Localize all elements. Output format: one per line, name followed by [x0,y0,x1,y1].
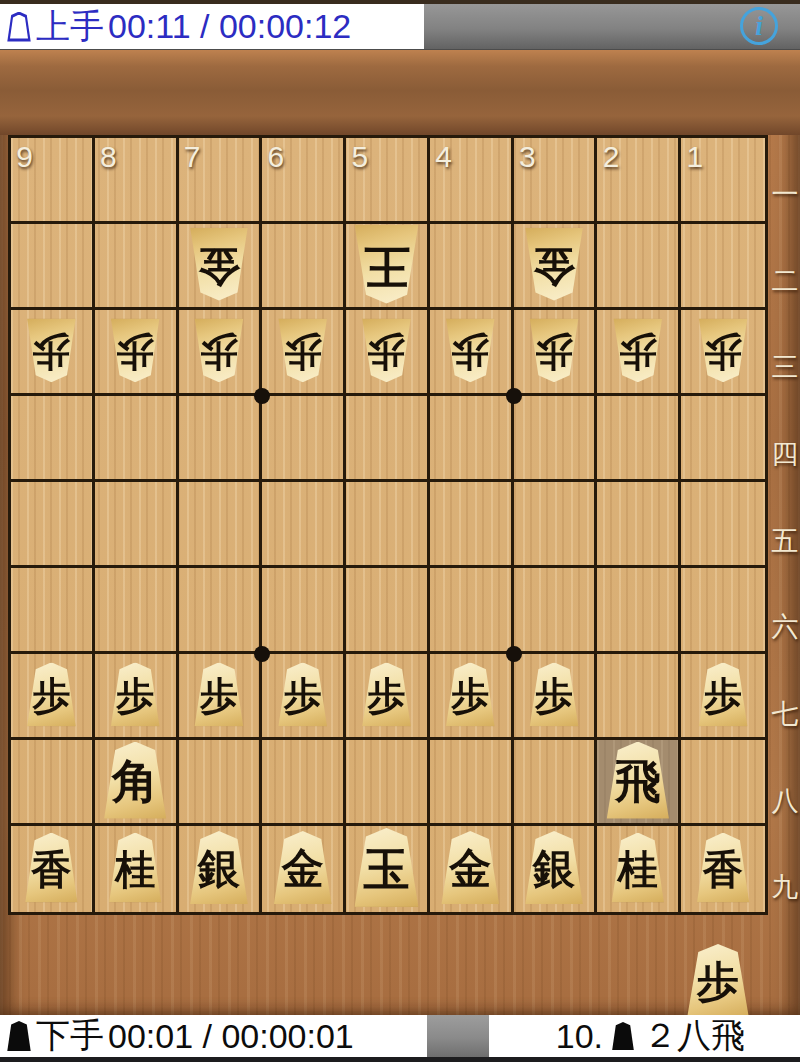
piece-sente-p-37[interactable]: 歩 [527,662,581,726]
piece-sente-p-57[interactable]: 歩 [359,662,413,726]
square-5-1[interactable] [346,138,430,224]
square-8-2[interactable] [95,224,179,310]
piece-sente-b-88[interactable]: 角 [101,741,170,818]
piece-gote-p-13[interactable]: 歩 [696,318,750,382]
piece-kanji: 王 [363,239,409,289]
square-2-8[interactable]: 飛 [597,740,681,826]
square-4-1[interactable] [430,138,514,224]
square-2-3[interactable]: 歩 [597,310,681,396]
gote-clock: 00:11 / 00:00:12 [108,7,351,46]
piece-kanji: 角 [112,755,158,805]
square-7-5[interactable] [179,482,263,568]
square-8-8[interactable]: 角 [95,740,179,826]
piece-gote-p-63[interactable]: 歩 [276,318,330,382]
square-9-5[interactable] [11,482,95,568]
square-7-2[interactable]: 金 [179,224,263,310]
rank-label-1: 一 [770,181,800,208]
square-2-9[interactable]: 桂 [597,826,681,912]
piece-sente-p-77[interactable]: 歩 [192,662,246,726]
piece-kanji: 歩 [200,674,238,715]
piece-gote-p-73[interactable]: 歩 [192,318,246,382]
piece-kanji: 金 [198,241,240,287]
square-4-3[interactable]: 歩 [430,310,514,396]
square-6-3[interactable]: 歩 [262,310,346,396]
piece-gote-g-32[interactable]: 金 [522,228,586,301]
rank-label-2: 二 [770,268,800,295]
square-1-8[interactable] [681,740,765,826]
piece-gote-p-23[interactable]: 歩 [611,318,665,382]
square-5-6[interactable] [346,568,430,654]
bottom-edge-strip [0,1057,800,1062]
square-1-7[interactable]: 歩 [681,654,765,740]
piece-kanji: 歩 [367,674,405,715]
piece-kanji: 歩 [32,674,70,715]
piece-sente-s-39[interactable]: 銀 [522,831,586,904]
piece-kanji: 歩 [619,330,657,371]
square-9-7[interactable]: 歩 [11,654,95,740]
piece-gote-p-43[interactable]: 歩 [443,318,497,382]
square-6-7[interactable]: 歩 [262,654,346,740]
square-9-4[interactable] [11,396,95,482]
square-6-2[interactable] [262,224,346,310]
piece-kanji: 歩 [284,674,322,715]
square-4-5[interactable] [430,482,514,568]
square-1-2[interactable] [681,224,765,310]
move-black-piece-icon [611,1022,635,1050]
piece-kanji: 歩 [451,674,489,715]
rank-label-7: 七 [770,701,800,728]
piece-sente-n-29[interactable]: 桂 [609,833,667,903]
square-5-2[interactable]: 王 [346,224,430,310]
piece-kanji: 歩 [200,330,238,371]
square-4-2[interactable] [430,224,514,310]
piece-kanji: 桂 [618,846,658,889]
square-8-9[interactable]: 桂 [95,826,179,912]
black-shogi-piece-icon [6,1021,32,1051]
piece-sente-g-49[interactable]: 金 [438,831,502,904]
bottom-status-bar: 下手 00:01 / 00:00:01 10. ２八飛 [0,1015,800,1057]
square-3-3[interactable]: 歩 [514,310,598,396]
piece-gote-k-52[interactable]: 王 [351,224,422,303]
square-2-2[interactable] [597,224,681,310]
square-7-4[interactable] [179,396,263,482]
square-3-6[interactable] [514,568,598,654]
piece-gote-p-33[interactable]: 歩 [527,318,581,382]
square-8-6[interactable] [95,568,179,654]
rank-label-9: 九 [770,874,800,901]
square-8-5[interactable] [95,482,179,568]
square-5-3[interactable]: 歩 [346,310,430,396]
piece-kanji: 歩 [535,330,573,371]
move-text: ２八飛 [643,1013,745,1059]
piece-kanji: 桂 [115,846,155,889]
info-icon-letter: i [755,11,763,42]
sente-player-label: 下手 [36,1013,104,1059]
piece-sente-p-97[interactable]: 歩 [24,662,78,726]
piece-kanji: 歩 [535,674,573,715]
board-grid: 金王金歩歩歩歩歩歩歩歩歩歩歩歩歩歩歩歩歩角飛香桂銀金玉金銀桂香 [11,138,765,912]
rank-label-4: 四 [770,441,800,468]
square-7-3[interactable]: 歩 [179,310,263,396]
piece-kanji: 歩 [116,330,154,371]
piece-gote-p-93[interactable]: 歩 [24,318,78,382]
square-3-5[interactable] [514,482,598,568]
piece-kanji: 金 [449,845,491,891]
piece-kanji: 香 [703,846,743,889]
square-4-8[interactable] [430,740,514,826]
square-1-3[interactable]: 歩 [681,310,765,396]
square-3-1[interactable] [514,138,598,224]
piece-kanji: 歩 [367,330,405,371]
piece-sente-l-99[interactable]: 香 [22,833,80,903]
piece-kanji: 歩 [116,674,154,715]
rank-label-6: 六 [770,614,800,641]
square-4-9[interactable]: 金 [430,826,514,912]
piece-sente-p-67[interactable]: 歩 [276,662,330,726]
square-4-4[interactable] [430,396,514,482]
square-3-4[interactable] [514,396,598,482]
piece-kanji: 金 [282,845,324,891]
square-1-6[interactable] [681,568,765,654]
piece-kanji: 歩 [284,330,322,371]
square-9-9[interactable]: 香 [11,826,95,912]
piece-sente-k-59[interactable]: 玉 [351,828,422,907]
rank-label-8: 八 [770,788,800,815]
piece-kanji: 歩 [32,330,70,371]
square-1-4[interactable] [681,396,765,482]
square-4-7[interactable]: 歩 [430,654,514,740]
piece-kanji: 歩 [451,330,489,371]
move-number: 10. [556,1017,603,1056]
square-2-6[interactable] [597,568,681,654]
piece-sente-g-69[interactable]: 金 [271,831,335,904]
square-6-9[interactable]: 金 [262,826,346,912]
square-8-4[interactable] [95,396,179,482]
square-8-1[interactable] [95,138,179,224]
sente-clock-panel: 下手 00:01 / 00:00:01 [6,1015,354,1057]
square-9-3[interactable]: 歩 [11,310,95,396]
piece-kanji: 金 [533,241,575,287]
square-2-5[interactable] [597,482,681,568]
square-6-8[interactable] [262,740,346,826]
square-9-2[interactable] [11,224,95,310]
square-7-6[interactable] [179,568,263,654]
gote-clock-panel: 上手 00:11 / 00:00:12 [0,4,424,49]
piece-kanji: 玉 [363,842,409,892]
square-5-7[interactable]: 歩 [346,654,430,740]
square-9-1[interactable] [11,138,95,224]
square-4-6[interactable] [430,568,514,654]
piece-sente-r-28[interactable]: 飛 [603,741,672,818]
square-3-8[interactable] [514,740,598,826]
bottom-bar-divider [427,1015,489,1057]
rank-labels-layer: 一二三四五六七八九 [770,135,800,915]
square-5-4[interactable] [346,396,430,482]
piece-sente-n-89[interactable]: 桂 [106,833,164,903]
square-1-9[interactable]: 香 [681,826,765,912]
square-7-1[interactable] [179,138,263,224]
piece-kanji: 銀 [198,845,240,891]
rank-label-5: 五 [770,528,800,555]
square-7-7[interactable]: 歩 [179,654,263,740]
sente-clock: 00:01 / 00:00:01 [108,1017,354,1056]
piece-gote-p-83[interactable]: 歩 [108,318,162,382]
square-5-8[interactable] [346,740,430,826]
white-shogi-piece-icon [6,12,32,42]
square-7-9[interactable]: 銀 [179,826,263,912]
square-2-7[interactable] [597,654,681,740]
square-5-9[interactable]: 玉 [346,826,430,912]
square-7-8[interactable] [179,740,263,826]
piece-sente-p-87[interactable]: 歩 [108,662,162,726]
rank-label-3: 三 [770,354,800,381]
square-6-5[interactable] [262,482,346,568]
square-9-6[interactable] [11,568,95,654]
piece-gote-p-53[interactable]: 歩 [359,318,413,382]
top-status-bar: 上手 00:11 / 00:00:12 i [0,4,800,50]
square-8-3[interactable]: 歩 [95,310,179,396]
square-5-5[interactable] [346,482,430,568]
piece-gote-g-72[interactable]: 金 [187,228,251,301]
square-3-7[interactable]: 歩 [514,654,598,740]
piece-kanji: 銀 [533,845,575,891]
square-6-4[interactable] [262,396,346,482]
last-move-indicator: 10. ２八飛 [556,1015,745,1057]
piece-sente-l-19[interactable]: 香 [694,833,752,903]
square-9-8[interactable] [11,740,95,826]
info-icon[interactable]: i [740,7,778,45]
square-3-9[interactable]: 銀 [514,826,598,912]
piece-sente-s-79[interactable]: 銀 [187,831,251,904]
square-2-4[interactable] [597,396,681,482]
sente-hand-pawn-kanji: 歩 [697,957,739,1003]
gote-player-label: 上手 [36,4,104,50]
square-6-1[interactable] [262,138,346,224]
square-1-1[interactable] [681,138,765,224]
piece-kanji: 歩 [704,674,742,715]
square-1-5[interactable] [681,482,765,568]
piece-sente-p-17[interactable]: 歩 [696,662,750,726]
piece-kanji: 歩 [704,330,742,371]
square-6-6[interactable] [262,568,346,654]
piece-kanji: 飛 [615,755,661,805]
shogi-board: 金王金歩歩歩歩歩歩歩歩歩歩歩歩歩歩歩歩歩角飛香桂銀金玉金銀桂香 98765432… [8,135,768,915]
square-8-7[interactable]: 歩 [95,654,179,740]
piece-kanji: 香 [31,846,71,889]
piece-sente-p-47[interactable]: 歩 [443,662,497,726]
square-2-1[interactable] [597,138,681,224]
wood-frame-top [0,49,800,135]
square-3-2[interactable]: 金 [514,224,598,310]
